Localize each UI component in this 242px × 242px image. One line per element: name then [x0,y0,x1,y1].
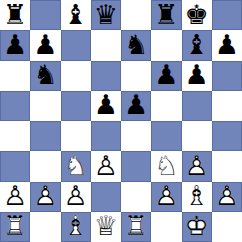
square-e6[interactable] [121,61,151,91]
square-d3[interactable]: ♟♙ [91,151,121,181]
square-g4[interactable] [182,121,212,151]
square-d4[interactable] [91,121,121,151]
square-e4[interactable] [121,121,151,151]
black-bishop-icon: ♝ [61,0,91,30]
square-f8[interactable]: ♜ [151,0,181,30]
black-pawn-icon: ♟ [0,30,30,60]
square-a2[interactable]: ♟♙ [0,182,30,212]
black-rook-icon: ♜ [0,0,30,30]
square-e2[interactable] [121,182,151,212]
square-c5[interactable] [61,91,91,121]
black-pawn-icon: ♟ [151,61,181,91]
square-e5[interactable]: ♟ [121,91,151,121]
square-b5[interactable] [30,91,60,121]
square-g1[interactable]: ♚♔ [182,212,212,242]
white-pawn-icon: ♟♙ [61,182,91,212]
square-g7[interactable]: ♝ [182,30,212,60]
chess-board: ♜♝♛♜♚♟♟♞♝♟♞♟♟♟♟♞♘♟♙♞♘♟♙♟♙♟♙♟♙♟♙♝♗♟♙♜♖♝♗♛… [0,0,242,242]
square-b3[interactable] [30,151,60,181]
square-e7[interactable]: ♞ [121,30,151,60]
square-c8[interactable]: ♝ [61,0,91,30]
square-c4[interactable] [61,121,91,151]
black-knight-icon: ♞ [30,61,60,91]
black-pawn-icon: ♟ [182,61,212,91]
square-g6[interactable]: ♟ [182,61,212,91]
white-queen-icon: ♛♕ [91,212,121,242]
white-pawn-icon: ♟♙ [30,182,60,212]
black-rook-icon: ♜ [151,0,181,30]
square-e8[interactable] [121,0,151,30]
square-d7[interactable] [91,30,121,60]
white-knight-icon: ♞♘ [151,151,181,181]
square-g2[interactable]: ♝♗ [182,182,212,212]
square-b7[interactable]: ♟ [30,30,60,60]
square-h8[interactable] [212,0,242,30]
square-d8[interactable]: ♛ [91,0,121,30]
square-b8[interactable] [30,0,60,30]
white-pawn-icon: ♟♙ [91,151,121,181]
square-b6[interactable]: ♞ [30,61,60,91]
square-h6[interactable] [212,61,242,91]
square-f6[interactable]: ♟ [151,61,181,91]
square-h3[interactable] [212,151,242,181]
square-g8[interactable]: ♚ [182,0,212,30]
white-bishop-icon: ♝♗ [61,212,91,242]
square-f1[interactable] [151,212,181,242]
square-f3[interactable]: ♞♘ [151,151,181,181]
black-pawn-icon: ♟ [91,91,121,121]
black-knight-icon: ♞ [121,30,151,60]
square-e1[interactable]: ♜♖ [121,212,151,242]
black-pawn-icon: ♟ [121,91,151,121]
square-d5[interactable]: ♟ [91,91,121,121]
square-h2[interactable]: ♟♙ [212,182,242,212]
square-g5[interactable] [182,91,212,121]
square-b1[interactable] [30,212,60,242]
square-g3[interactable]: ♟♙ [182,151,212,181]
square-h1[interactable] [212,212,242,242]
white-pawn-icon: ♟♙ [151,182,181,212]
white-pawn-icon: ♟♙ [212,182,242,212]
square-a6[interactable] [0,61,30,91]
white-king-icon: ♚♔ [182,212,212,242]
white-bishop-icon: ♝♗ [182,182,212,212]
square-b2[interactable]: ♟♙ [30,182,60,212]
square-d1[interactable]: ♛♕ [91,212,121,242]
square-c1[interactable]: ♝♗ [61,212,91,242]
square-a3[interactable] [0,151,30,181]
square-a1[interactable]: ♜♖ [0,212,30,242]
square-c6[interactable] [61,61,91,91]
square-h7[interactable]: ♟ [212,30,242,60]
black-pawn-icon: ♟ [212,30,242,60]
white-rook-icon: ♜♖ [0,212,30,242]
square-f4[interactable] [151,121,181,151]
white-rook-icon: ♜♖ [121,212,151,242]
square-c2[interactable]: ♟♙ [61,182,91,212]
square-h4[interactable] [212,121,242,151]
black-bishop-icon: ♝ [182,30,212,60]
black-queen-icon: ♛ [91,0,121,30]
black-pawn-icon: ♟ [30,30,60,60]
square-f2[interactable]: ♟♙ [151,182,181,212]
black-king-icon: ♚ [182,0,212,30]
square-c7[interactable] [61,30,91,60]
square-d6[interactable] [91,61,121,91]
square-a8[interactable]: ♜ [0,0,30,30]
square-a4[interactable] [0,121,30,151]
square-d2[interactable] [91,182,121,212]
square-e3[interactable] [121,151,151,181]
white-pawn-icon: ♟♙ [182,151,212,181]
square-a7[interactable]: ♟ [0,30,30,60]
square-c3[interactable]: ♞♘ [61,151,91,181]
square-f7[interactable] [151,30,181,60]
square-a5[interactable] [0,91,30,121]
square-h5[interactable] [212,91,242,121]
white-pawn-icon: ♟♙ [0,182,30,212]
square-f5[interactable] [151,91,181,121]
square-b4[interactable] [30,121,60,151]
white-knight-icon: ♞♘ [61,151,91,181]
